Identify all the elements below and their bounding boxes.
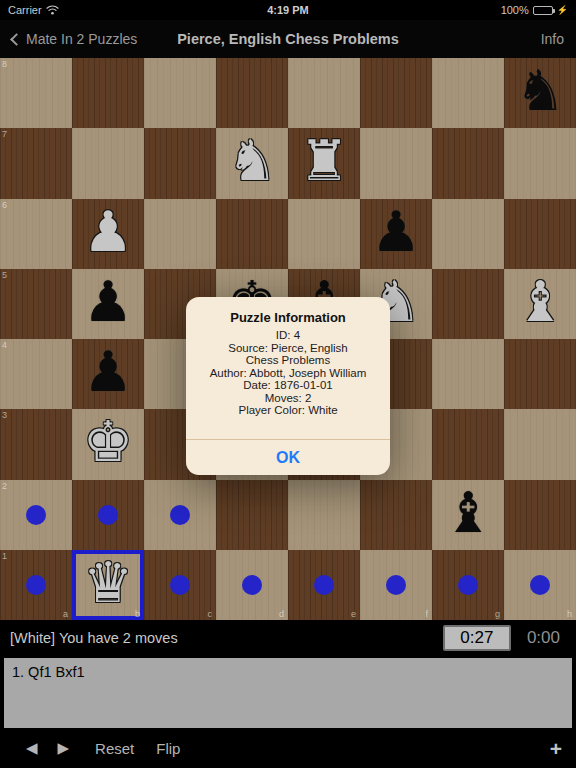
move-prompt: [White] You have 2 moves (10, 630, 427, 646)
reset-button[interactable]: Reset (95, 740, 134, 757)
dialog-line-date: Date: 1876-01-01 (186, 379, 390, 392)
square-g6[interactable] (432, 199, 504, 269)
square-d2[interactable] (216, 480, 288, 550)
black-pawn-b4[interactable]: ♟ (83, 344, 133, 400)
square-g4[interactable] (432, 339, 504, 409)
square-b8[interactable] (72, 58, 144, 128)
file-label-f: f (425, 609, 428, 619)
charging-bolt-icon: ⚡ (557, 5, 568, 15)
info-button[interactable]: Info (541, 31, 564, 47)
rank-label-1: 1 (2, 551, 7, 561)
square-f8[interactable] (360, 58, 432, 128)
square-h5[interactable]: ♝ (504, 269, 576, 339)
square-a6[interactable]: 6 (0, 199, 72, 269)
move-list[interactable]: 1. Qf1 Bxf1 (4, 658, 572, 728)
square-g7[interactable] (432, 128, 504, 198)
square-h8[interactable]: ♞ (504, 58, 576, 128)
file-label-h: h (567, 609, 572, 619)
square-g5[interactable] (432, 269, 504, 339)
square-g8[interactable] (432, 58, 504, 128)
rank-label-3: 3 (2, 410, 7, 420)
square-h1[interactable]: h (504, 550, 576, 620)
legal-move-dot-g1[interactable] (458, 575, 478, 595)
add-button[interactable]: + (550, 738, 562, 759)
square-a2[interactable]: 2 (0, 480, 72, 550)
dialog-line-source: Source: Pierce, English (186, 342, 390, 355)
file-label-a: a (63, 609, 68, 619)
game-status-row: [White] You have 2 moves 0:27 0:00 (0, 620, 576, 656)
square-f6[interactable]: ♟ (360, 199, 432, 269)
square-a4[interactable]: 4 (0, 339, 72, 409)
white-pawn-b6[interactable]: ♟ (83, 204, 133, 260)
battery-icon (533, 6, 553, 15)
nav-bar: Mate In 2 Puzzles Pierce, English Chess … (0, 20, 576, 58)
square-g2[interactable]: ♝ (432, 480, 504, 550)
dialog-line-author: Author: Abbott, Joseph William (186, 367, 390, 380)
square-f1[interactable]: f (360, 550, 432, 620)
black-knight-h8[interactable]: ♞ (515, 63, 565, 119)
dialog-line-moves: Moves: 2 (186, 392, 390, 405)
square-a3[interactable]: 3 (0, 409, 72, 479)
carrier-label: Carrier (8, 4, 42, 16)
square-b2[interactable] (72, 480, 144, 550)
rank-label-2: 2 (2, 481, 7, 491)
back-button-label: Mate In 2 Puzzles (26, 31, 137, 47)
square-a8[interactable]: 8 (0, 58, 72, 128)
square-g3[interactable] (432, 409, 504, 479)
next-move-button[interactable]: ▶ (58, 739, 70, 757)
ok-button[interactable]: OK (186, 440, 390, 475)
app-screen: Carrier 4:19 PM 100% ⚡ Mate In 2 Puzzles… (0, 0, 576, 768)
rank-label-8: 8 (2, 59, 7, 69)
move-list-text: 1. Qf1 Bxf1 (12, 664, 85, 680)
square-a1[interactable]: 1a (0, 550, 72, 620)
square-d6[interactable] (216, 199, 288, 269)
puzzle-info-dialog: Puzzle Information ID: 4 Source: Pierce,… (186, 297, 390, 475)
square-g1[interactable]: g (432, 550, 504, 620)
square-e8[interactable] (288, 58, 360, 128)
legal-move-dot-b2[interactable] (98, 505, 118, 525)
square-e6[interactable] (288, 199, 360, 269)
file-label-e: e (351, 609, 356, 619)
chevron-left-icon (10, 33, 23, 46)
rank-label-7: 7 (2, 129, 7, 139)
black-pawn-b5[interactable]: ♟ (83, 274, 133, 330)
square-h3[interactable] (504, 409, 576, 479)
white-king-b3[interactable]: ♚ (83, 414, 133, 470)
white-bishop-h5[interactable]: ♝ (515, 274, 565, 330)
square-h7[interactable] (504, 128, 576, 198)
square-c6[interactable] (144, 199, 216, 269)
clock-time: 4:19 PM (0, 4, 576, 16)
previous-move-button[interactable]: ◀ (26, 739, 38, 757)
black-pawn-f6[interactable]: ♟ (371, 204, 421, 260)
rank-label-6: 6 (2, 200, 7, 210)
dialog-body: ID: 4 Source: Pierce, English Chess Prob… (186, 329, 390, 417)
square-c2[interactable] (144, 480, 216, 550)
square-b1[interactable]: b♛ (72, 550, 144, 620)
file-label-c: c (208, 609, 213, 619)
square-b5[interactable]: ♟ (72, 269, 144, 339)
flip-board-button[interactable]: Flip (156, 740, 180, 757)
square-h2[interactable] (504, 480, 576, 550)
square-e2[interactable] (288, 480, 360, 550)
legal-move-dot-d1[interactable] (242, 575, 262, 595)
square-f7[interactable] (360, 128, 432, 198)
square-a5[interactable]: 5 (0, 269, 72, 339)
legal-move-dot-c1[interactable] (170, 575, 190, 595)
legal-move-dot-f1[interactable] (386, 575, 406, 595)
legal-move-dot-a1[interactable] (26, 575, 46, 595)
square-d1[interactable]: d (216, 550, 288, 620)
square-a7[interactable]: 7 (0, 128, 72, 198)
white-queen-b1[interactable]: ♛ (83, 555, 133, 611)
white-knight-d7[interactable]: ♞ (227, 133, 277, 189)
dialog-title: Puzzle Information (186, 310, 390, 325)
square-b7[interactable] (72, 128, 144, 198)
opponent-timer: 0:00 (527, 628, 560, 648)
dialog-line-source2: Chess Problems (186, 354, 390, 367)
bottom-toolbar: ◀ ▶ Reset Flip + (0, 728, 576, 768)
rank-label-5: 5 (2, 270, 7, 280)
square-h4[interactable] (504, 339, 576, 409)
battery-percent: 100% (501, 4, 529, 16)
square-c8[interactable] (144, 58, 216, 128)
dialog-line-id: ID: 4 (186, 329, 390, 342)
black-bishop-g2[interactable]: ♝ (443, 485, 493, 541)
square-b3[interactable]: ♚ (72, 409, 144, 479)
square-f2[interactable] (360, 480, 432, 550)
rank-label-4: 4 (2, 340, 7, 350)
square-h6[interactable] (504, 199, 576, 269)
square-b4[interactable]: ♟ (72, 339, 144, 409)
square-e1[interactable]: e (288, 550, 360, 620)
square-e7[interactable]: ♜ (288, 128, 360, 198)
status-bar: Carrier 4:19 PM 100% ⚡ (0, 0, 576, 20)
square-d7[interactable]: ♞ (216, 128, 288, 198)
player-timer: 0:27 (443, 625, 511, 651)
square-c7[interactable] (144, 128, 216, 198)
legal-move-dot-h1[interactable] (530, 575, 550, 595)
file-label-b: b (135, 609, 140, 619)
legal-move-dot-c2[interactable] (170, 505, 190, 525)
square-d8[interactable] (216, 58, 288, 128)
file-label-g: g (495, 609, 500, 619)
square-c1[interactable]: c (144, 550, 216, 620)
back-button[interactable]: Mate In 2 Puzzles (12, 31, 137, 47)
file-label-d: d (279, 609, 284, 619)
square-b6[interactable]: ♟ (72, 199, 144, 269)
dialog-line-player-color: Player Color: White (186, 404, 390, 417)
legal-move-dot-a2[interactable] (26, 505, 46, 525)
white-rook-e7[interactable]: ♜ (299, 133, 349, 189)
wifi-icon (46, 5, 59, 15)
legal-move-dot-e1[interactable] (314, 575, 334, 595)
